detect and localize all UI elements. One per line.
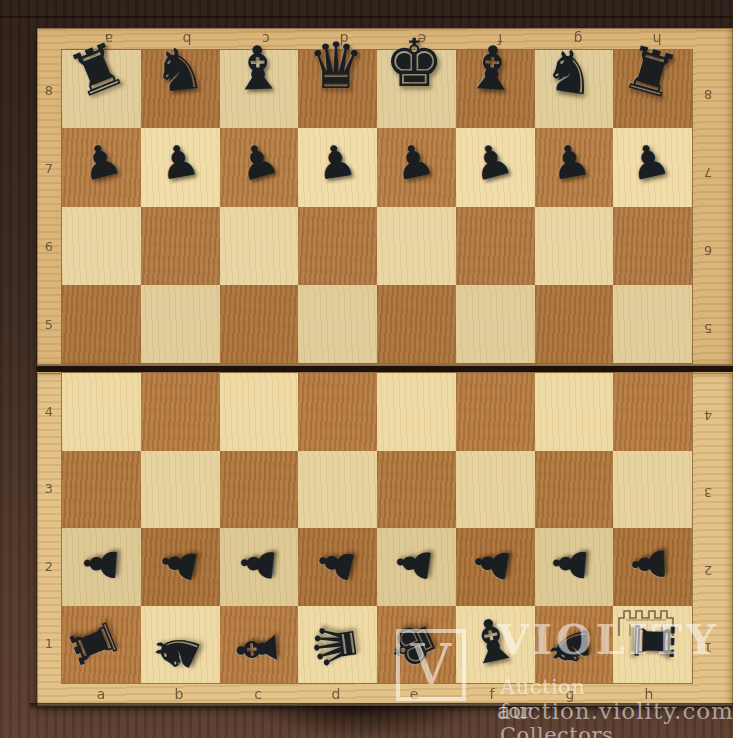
square-h5[interactable] [613, 285, 692, 363]
square-e5[interactable] [377, 285, 456, 363]
square-a6[interactable] [62, 207, 141, 285]
piece-f2-pawn[interactable]: ♟ [467, 541, 517, 587]
piece-c2-pawn[interactable]: ♟ [234, 542, 282, 586]
piece-g1-knight[interactable]: ♞ [542, 622, 598, 673]
piece-g7-pawn[interactable]: ♟ [547, 137, 593, 187]
square-f4[interactable] [456, 373, 535, 451]
piece-h1-rook[interactable]: ♜ [625, 616, 681, 666]
square-f6[interactable] [456, 207, 535, 285]
piece-e8-king[interactable]: ♚ [384, 31, 443, 97]
square-a4[interactable] [62, 373, 141, 451]
square-b6[interactable] [141, 207, 220, 285]
board-cast-shadow [30, 703, 733, 711]
square-c4[interactable] [220, 373, 299, 451]
square-h6[interactable] [613, 207, 692, 285]
square-h4[interactable] [613, 373, 692, 451]
square-c3[interactable] [220, 451, 299, 529]
square-a3[interactable] [62, 451, 141, 529]
photo-scene: aabbccddeeffgghh8877665544332211 ♜♞♝♛♚♝♞… [0, 0, 733, 738]
piece-g8-knight[interactable]: ♞ [540, 40, 600, 105]
square-g3[interactable] [535, 451, 614, 529]
square-f5[interactable] [456, 285, 535, 363]
piece-a2-pawn[interactable]: ♟ [78, 543, 125, 585]
piece-c1-bishop[interactable]: ♝ [229, 623, 287, 676]
piece-f8-bishop[interactable]: ♝ [464, 37, 521, 100]
square-e4[interactable] [377, 373, 456, 451]
square-g6[interactable] [535, 207, 614, 285]
square-a5[interactable] [62, 285, 141, 363]
square-d4[interactable] [298, 373, 377, 451]
piece-e2-pawn[interactable]: ♟ [389, 541, 438, 586]
piece-g2-pawn[interactable]: ♟ [546, 542, 593, 585]
square-g5[interactable] [535, 285, 614, 363]
piece-b7-pawn[interactable]: ♟ [156, 137, 202, 187]
chess-board [37, 28, 733, 705]
square-b3[interactable] [141, 451, 220, 529]
square-d6[interactable] [298, 207, 377, 285]
square-d3[interactable] [298, 451, 377, 529]
square-h3[interactable] [613, 451, 692, 529]
piece-d1-queen[interactable]: ♛ [305, 616, 367, 674]
square-e3[interactable] [377, 451, 456, 529]
square-b5[interactable] [141, 285, 220, 363]
square-g4[interactable] [535, 373, 614, 451]
piece-c8-bishop[interactable]: ♝ [230, 37, 286, 99]
square-c5[interactable] [220, 285, 299, 363]
square-c6[interactable] [220, 207, 299, 285]
piece-h2-pawn[interactable]: ♟ [626, 544, 671, 585]
piece-d8-queen[interactable]: ♛ [307, 34, 364, 98]
square-b4[interactable] [141, 373, 220, 451]
piece-b8-knight[interactable]: ♞ [150, 38, 208, 101]
square-e6[interactable] [377, 207, 456, 285]
table-plank-seam [0, 16, 733, 18]
square-f3[interactable] [456, 451, 535, 529]
piece-d7-pawn[interactable]: ♟ [313, 137, 359, 187]
square-d5[interactable] [298, 285, 377, 363]
